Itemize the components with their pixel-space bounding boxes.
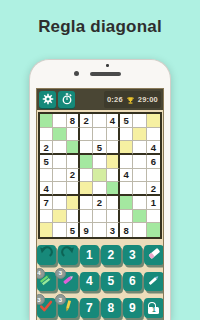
cell-r9c5[interactable] [93, 223, 106, 237]
cell-r5c1[interactable] [40, 169, 53, 183]
cell-r2c6[interactable] [107, 128, 120, 142]
cell-r4c8[interactable] [133, 155, 146, 169]
cell-r1c1[interactable] [40, 114, 53, 128]
undo-arrow-icon [39, 246, 53, 263]
digit-label: 5 [107, 274, 114, 288]
cell-r1c4[interactable]: 2 [80, 114, 93, 128]
cell-r9c6[interactable]: 3 [107, 223, 120, 237]
cell-r4c5[interactable] [93, 155, 106, 169]
marker-badge: 3 [55, 268, 66, 279]
cell-r9c3[interactable]: 5 [67, 223, 80, 237]
elapsed-time: 0:26 [107, 95, 123, 104]
numpad-button-8[interactable]: 8 [101, 298, 121, 318]
cell-r2c7[interactable] [120, 128, 133, 142]
cell-r2c8[interactable] [133, 128, 146, 142]
pencils-badge: 4 [36, 268, 45, 279]
eraser-icon [147, 246, 161, 263]
cell-r4c9[interactable]: 6 [147, 155, 160, 169]
cell-r5c3[interactable]: 2 [67, 169, 80, 183]
pencil-mark-tool-button[interactable]: 3 [58, 298, 78, 318]
phone-mockup: 0:26 29:00 82452545624427215938 [29, 59, 171, 320]
lock-count: 1 [148, 307, 159, 315]
cell-r2c3[interactable] [67, 128, 80, 142]
numpad-button-9[interactable]: 9 [123, 298, 143, 318]
cell-r3c1[interactable]: 2 [40, 141, 53, 155]
cell-r5c9[interactable] [147, 169, 160, 183]
cell-r6c6[interactable] [107, 182, 120, 196]
numpad-button-6[interactable]: 6 [123, 272, 143, 292]
cell-r8c6[interactable] [107, 210, 120, 224]
cell-r6c2[interactable] [53, 182, 66, 196]
numpad-button-3[interactable]: 3 [123, 245, 143, 265]
cell-r1c2[interactable] [53, 114, 66, 128]
page-title: Regla diagonal [0, 0, 200, 37]
digit-label: 7 [86, 301, 93, 315]
undo-button[interactable] [37, 245, 57, 265]
cell-r9c7[interactable]: 8 [120, 223, 133, 237]
pencil-mark-badge: 3 [55, 294, 66, 305]
cell-r3c3[interactable] [67, 141, 80, 155]
sudoku-board: 82452545624427215938 [38, 112, 162, 239]
cell-r5c2[interactable] [53, 169, 66, 183]
cell-r8c7[interactable] [120, 210, 133, 224]
cell-r8c2[interactable] [53, 210, 66, 224]
lock-icon: 1 [148, 302, 159, 315]
cell-r2c9[interactable] [147, 128, 160, 142]
cell-r9c4[interactable]: 9 [80, 223, 93, 237]
digit-label: 6 [129, 274, 136, 288]
cell-r6c1[interactable]: 4 [40, 182, 53, 196]
cell-r5c8[interactable] [133, 169, 146, 183]
cell-r7c2[interactable] [53, 196, 66, 210]
cell-r8c4[interactable] [80, 210, 93, 224]
numpad-button-7[interactable]: 7 [80, 298, 100, 318]
cell-r6c9[interactable]: 2 [147, 182, 160, 196]
cell-r9c1[interactable] [40, 223, 53, 237]
phone-speaker [90, 72, 121, 76]
cell-r4c1[interactable]: 5 [40, 155, 53, 169]
cell-r7c8[interactable] [133, 196, 146, 210]
cell-r4c6[interactable] [107, 155, 120, 169]
cell-r3c5[interactable]: 5 [93, 141, 106, 155]
stopwatch-icon [61, 91, 73, 109]
cell-r4c2[interactable] [53, 155, 66, 169]
cell-r8c3[interactable] [67, 210, 80, 224]
numpad-button-5[interactable]: 5 [101, 272, 121, 292]
settings-button[interactable] [39, 91, 56, 108]
check-badge: 3 [36, 294, 45, 305]
cell-r7c5[interactable]: 2 [93, 196, 106, 210]
cell-r5c6[interactable] [107, 169, 120, 183]
cell-r6c4[interactable] [80, 182, 93, 196]
digit-label: 8 [107, 301, 114, 315]
numpad-button-1[interactable]: 1 [80, 245, 100, 265]
cell-r7c7[interactable] [120, 196, 133, 210]
marker-tool-button[interactable]: 3 [58, 272, 78, 292]
digit-label: 1 [86, 248, 93, 262]
numpad-button-4[interactable]: 4 [80, 272, 100, 292]
cell-r6c5[interactable] [93, 182, 106, 196]
cell-r3c4[interactable] [80, 141, 93, 155]
cell-r8c8[interactable] [133, 210, 146, 224]
cell-r4c3[interactable] [67, 155, 80, 169]
phone-camera-dot [74, 71, 79, 76]
cell-r7c1[interactable]: 7 [40, 196, 53, 210]
digit-label: 4 [86, 274, 93, 288]
cell-r7c9[interactable]: 1 [147, 196, 160, 210]
cell-r2c2[interactable] [53, 128, 66, 142]
cell-r1c3[interactable]: 8 [67, 114, 80, 128]
app-screen: 0:26 29:00 82452545624427215938 [36, 88, 164, 320]
cell-r6c7[interactable] [120, 182, 133, 196]
digit-label: 3 [129, 248, 136, 262]
digit-label: 9 [129, 301, 136, 315]
pencils-tool-button[interactable]: 4 [37, 272, 57, 292]
cell-r8c9[interactable] [147, 210, 160, 224]
pen-icon [147, 273, 161, 290]
pen-tool-button[interactable] [144, 272, 164, 292]
cell-r6c3[interactable] [67, 182, 80, 196]
cell-r3c2[interactable] [53, 141, 66, 155]
cell-r1c6[interactable]: 4 [107, 114, 120, 128]
cell-r1c9[interactable] [147, 114, 160, 128]
cell-r4c4[interactable] [80, 155, 93, 169]
best-time: 29:00 [138, 95, 158, 104]
cell-r8c5[interactable] [93, 210, 106, 224]
toolbar: 0:26 29:00 [37, 89, 163, 110]
digit-label: 2 [107, 248, 114, 262]
cell-r5c5[interactable] [93, 169, 106, 183]
cell-r1c7[interactable]: 5 [120, 114, 133, 128]
cell-r9c2[interactable] [53, 223, 66, 237]
numpad-button-2[interactable]: 2 [101, 245, 121, 265]
lock-tool-button[interactable]: 1 [144, 298, 164, 318]
cell-r4c7[interactable] [120, 155, 133, 169]
cell-r1c8[interactable] [133, 114, 146, 128]
time-panel: 0:26 29:00 [104, 91, 161, 108]
cell-r3c8[interactable] [133, 141, 146, 155]
cell-r5c4[interactable] [80, 169, 93, 183]
cell-r9c9[interactable] [147, 223, 160, 237]
control-panel: 1 2 3 4 [37, 239, 163, 318]
trophy-icon [126, 91, 135, 109]
redo-button[interactable] [58, 245, 78, 265]
timer-button[interactable] [58, 91, 75, 108]
cell-r2c1[interactable] [40, 128, 53, 142]
cell-r6c8[interactable] [133, 182, 146, 196]
cell-r3c6[interactable] [107, 141, 120, 155]
eraser-button[interactable] [144, 245, 164, 265]
cell-r3c7[interactable] [120, 141, 133, 155]
check-tool-button[interactable]: 3 [37, 298, 57, 318]
gear-icon [42, 91, 54, 109]
cell-r3c9[interactable]: 4 [147, 141, 160, 155]
cell-r7c6[interactable] [107, 196, 120, 210]
cell-r7c4[interactable] [80, 196, 93, 210]
cell-r5c7[interactable]: 4 [120, 169, 133, 183]
cell-r8c1[interactable] [40, 210, 53, 224]
phone-sensor-dot [106, 64, 109, 67]
redo-arrow-icon [61, 246, 75, 263]
cell-r2c4[interactable] [80, 128, 93, 142]
cell-r7c3[interactable] [67, 196, 80, 210]
cell-r1c5[interactable] [93, 114, 106, 128]
cell-r2c5[interactable] [93, 128, 106, 142]
cell-r9c8[interactable] [133, 223, 146, 237]
